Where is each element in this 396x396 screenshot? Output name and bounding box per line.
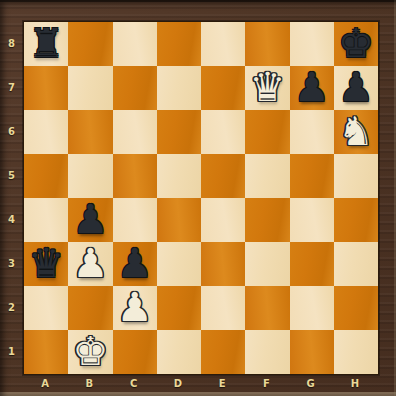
- square-b6[interactable]: [68, 110, 112, 154]
- file-label-d: D: [156, 373, 200, 393]
- rank-label-7: 7: [0, 65, 23, 109]
- square-a3[interactable]: ♛: [24, 242, 68, 286]
- file-label-f: F: [244, 373, 288, 393]
- square-b5[interactable]: [68, 154, 112, 198]
- rank-label-2: 2: [0, 285, 23, 329]
- square-e3[interactable]: [201, 242, 245, 286]
- square-b3[interactable]: ♟: [68, 242, 112, 286]
- piece-black-pawn-b4[interactable]: ♟: [72, 199, 108, 239]
- square-b1[interactable]: ♚: [68, 330, 112, 374]
- square-g6[interactable]: [290, 110, 334, 154]
- square-h7[interactable]: ♟: [334, 66, 378, 110]
- file-labels: ABCDEFGH: [23, 373, 377, 393]
- square-h5[interactable]: [334, 154, 378, 198]
- chess-diagram: 87654321 ABCDEFGH ♜♚♛♟♟♞♟♛♟♟♟♚: [0, 0, 396, 396]
- file-label-g: G: [289, 373, 333, 393]
- square-g5[interactable]: [290, 154, 334, 198]
- file-label-e: E: [200, 373, 244, 393]
- square-f6[interactable]: [245, 110, 289, 154]
- file-label-a: A: [23, 373, 67, 393]
- square-c5[interactable]: [113, 154, 157, 198]
- file-label-b: B: [67, 373, 111, 393]
- square-d3[interactable]: [157, 242, 201, 286]
- square-h8[interactable]: ♚: [334, 22, 378, 66]
- piece-white-pawn-b3[interactable]: ♟: [72, 243, 108, 283]
- square-h3[interactable]: [334, 242, 378, 286]
- square-g3[interactable]: [290, 242, 334, 286]
- square-c7[interactable]: [113, 66, 157, 110]
- square-d4[interactable]: [157, 198, 201, 242]
- square-f3[interactable]: [245, 242, 289, 286]
- square-a8[interactable]: ♜: [24, 22, 68, 66]
- square-c6[interactable]: [113, 110, 157, 154]
- square-e7[interactable]: [201, 66, 245, 110]
- piece-black-rook-a8[interactable]: ♜: [28, 23, 64, 63]
- rank-label-5: 5: [0, 153, 23, 197]
- square-f4[interactable]: [245, 198, 289, 242]
- square-e1[interactable]: [201, 330, 245, 374]
- square-d6[interactable]: [157, 110, 201, 154]
- square-a4[interactable]: [24, 198, 68, 242]
- square-g8[interactable]: [290, 22, 334, 66]
- square-g4[interactable]: [290, 198, 334, 242]
- square-b2[interactable]: [68, 286, 112, 330]
- square-d7[interactable]: [157, 66, 201, 110]
- square-c2[interactable]: ♟: [113, 286, 157, 330]
- square-c8[interactable]: [113, 22, 157, 66]
- rank-labels: 87654321: [0, 21, 23, 373]
- square-a5[interactable]: [24, 154, 68, 198]
- square-f8[interactable]: [245, 22, 289, 66]
- square-f5[interactable]: [245, 154, 289, 198]
- file-label-h: H: [333, 373, 377, 393]
- square-g2[interactable]: [290, 286, 334, 330]
- square-g1[interactable]: [290, 330, 334, 374]
- piece-black-king-h8[interactable]: ♚: [338, 23, 374, 63]
- piece-black-pawn-c3[interactable]: ♟: [117, 243, 153, 283]
- square-h2[interactable]: [334, 286, 378, 330]
- square-h1[interactable]: [334, 330, 378, 374]
- square-d1[interactable]: [157, 330, 201, 374]
- square-d2[interactable]: [157, 286, 201, 330]
- square-a7[interactable]: [24, 66, 68, 110]
- square-h4[interactable]: [334, 198, 378, 242]
- square-d5[interactable]: [157, 154, 201, 198]
- square-f2[interactable]: [245, 286, 289, 330]
- piece-white-queen-f7[interactable]: ♛: [249, 67, 285, 107]
- square-a6[interactable]: [24, 110, 68, 154]
- square-a1[interactable]: [24, 330, 68, 374]
- piece-white-knight-h6[interactable]: ♞: [338, 111, 374, 151]
- rank-label-8: 8: [0, 21, 23, 65]
- square-c1[interactable]: [113, 330, 157, 374]
- rank-label-3: 3: [0, 241, 23, 285]
- square-d8[interactable]: [157, 22, 201, 66]
- square-b8[interactable]: [68, 22, 112, 66]
- square-b4[interactable]: ♟: [68, 198, 112, 242]
- square-h6[interactable]: ♞: [334, 110, 378, 154]
- piece-black-queen-a3[interactable]: ♛: [28, 243, 64, 283]
- square-g7[interactable]: ♟: [290, 66, 334, 110]
- square-e5[interactable]: [201, 154, 245, 198]
- square-f7[interactable]: ♛: [245, 66, 289, 110]
- square-b7[interactable]: [68, 66, 112, 110]
- rank-label-6: 6: [0, 109, 23, 153]
- piece-black-pawn-h7[interactable]: ♟: [338, 67, 374, 107]
- rank-label-4: 4: [0, 197, 23, 241]
- square-c3[interactable]: ♟: [113, 242, 157, 286]
- square-a2[interactable]: [24, 286, 68, 330]
- square-e4[interactable]: [201, 198, 245, 242]
- rank-label-1: 1: [0, 329, 23, 373]
- square-e8[interactable]: [201, 22, 245, 66]
- square-f1[interactable]: [245, 330, 289, 374]
- square-e6[interactable]: [201, 110, 245, 154]
- chess-board: ♜♚♛♟♟♞♟♛♟♟♟♚: [23, 21, 379, 375]
- file-label-c: C: [112, 373, 156, 393]
- piece-white-pawn-c2[interactable]: ♟: [117, 287, 153, 327]
- piece-black-pawn-g7[interactable]: ♟: [294, 67, 330, 107]
- square-c4[interactable]: [113, 198, 157, 242]
- piece-white-king-b1[interactable]: ♚: [72, 331, 108, 371]
- square-e2[interactable]: [201, 286, 245, 330]
